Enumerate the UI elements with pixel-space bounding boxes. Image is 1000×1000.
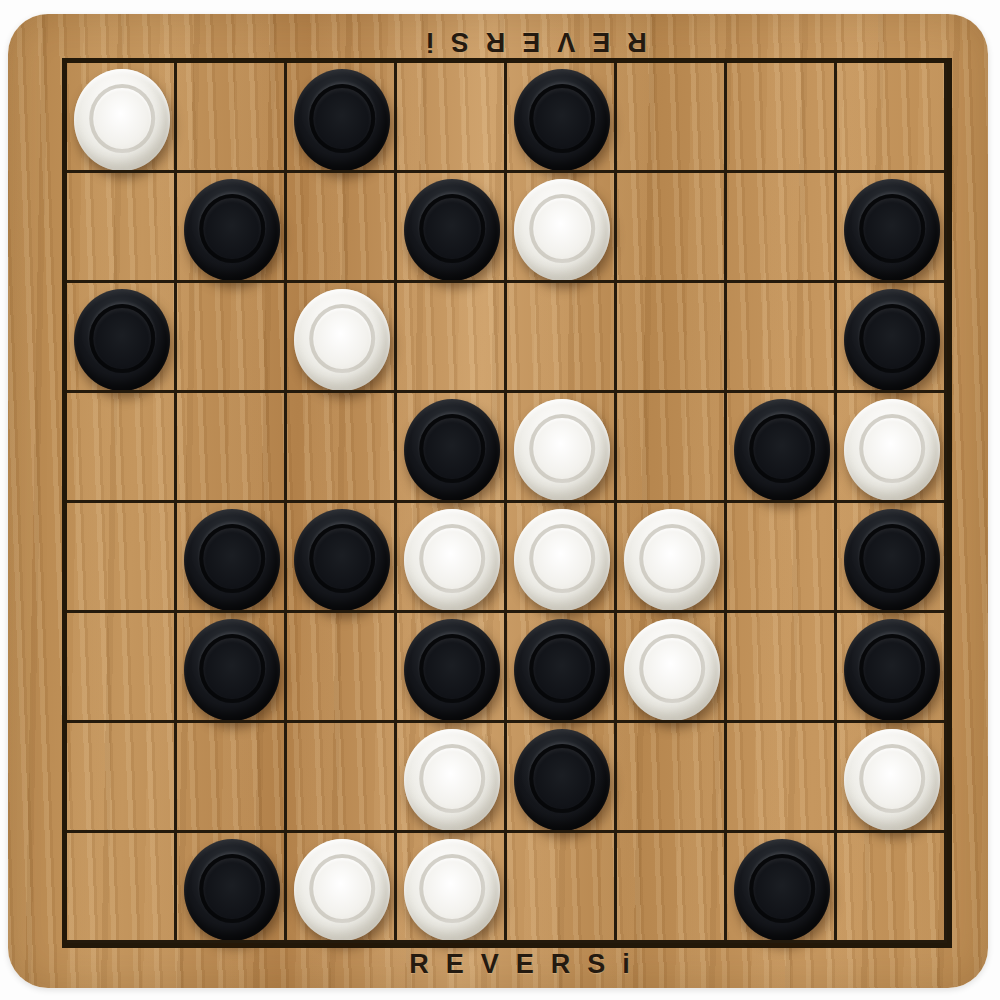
board-cell-g1[interactable] xyxy=(727,833,837,943)
board-title-bottom: REVERSi xyxy=(178,949,878,980)
board-cell-f6[interactable] xyxy=(617,283,727,393)
board-cell-a7[interactable] xyxy=(67,173,177,283)
board-cell-h8[interactable] xyxy=(837,63,947,173)
board-cell-b1[interactable] xyxy=(177,833,287,943)
disc-white[interactable] xyxy=(624,619,720,721)
board-cell-a8[interactable] xyxy=(67,63,177,173)
board-cell-e3[interactable] xyxy=(507,613,617,723)
disc-black[interactable] xyxy=(294,69,390,171)
disc-black[interactable] xyxy=(844,289,940,391)
board-cell-d2[interactable] xyxy=(397,723,507,833)
board-cell-h3[interactable] xyxy=(837,613,947,723)
board-cell-e4[interactable] xyxy=(507,503,617,613)
disc-white[interactable] xyxy=(844,399,940,501)
board-cell-a6[interactable] xyxy=(67,283,177,393)
disc-black[interactable] xyxy=(74,289,170,391)
board-cell-d1[interactable] xyxy=(397,833,507,943)
board-cell-f7[interactable] xyxy=(617,173,727,283)
disc-black[interactable] xyxy=(184,509,280,611)
board-cell-f2[interactable] xyxy=(617,723,727,833)
board-cell-c4[interactable] xyxy=(287,503,397,613)
disc-black[interactable] xyxy=(514,729,610,831)
board-cell-f3[interactable] xyxy=(617,613,727,723)
board-cell-h6[interactable] xyxy=(837,283,947,393)
board-cell-b5[interactable] xyxy=(177,393,287,503)
disc-black[interactable] xyxy=(184,179,280,281)
disc-white[interactable] xyxy=(404,839,500,941)
wooden-board: REVERSi REVERSi xyxy=(8,14,988,988)
board-cell-h7[interactable] xyxy=(837,173,947,283)
board-cell-b2[interactable] xyxy=(177,723,287,833)
board-cell-d5[interactable] xyxy=(397,393,507,503)
board-cell-c5[interactable] xyxy=(287,393,397,503)
board-cell-b6[interactable] xyxy=(177,283,287,393)
board-cell-d8[interactable] xyxy=(397,63,507,173)
disc-black[interactable] xyxy=(844,179,940,281)
disc-white[interactable] xyxy=(844,729,940,831)
disc-black[interactable] xyxy=(294,509,390,611)
board-cell-a1[interactable] xyxy=(67,833,177,943)
board-cell-g2[interactable] xyxy=(727,723,837,833)
board-cell-d7[interactable] xyxy=(397,173,507,283)
board-cell-f4[interactable] xyxy=(617,503,727,613)
disc-white[interactable] xyxy=(294,839,390,941)
disc-white[interactable] xyxy=(74,69,170,171)
reversi-screenshot: REVERSi REVERSi xyxy=(0,0,1000,1000)
board-cell-f5[interactable] xyxy=(617,393,727,503)
board-cell-d3[interactable] xyxy=(397,613,507,723)
board-cell-e5[interactable] xyxy=(507,393,617,503)
board-cell-a3[interactable] xyxy=(67,613,177,723)
disc-black[interactable] xyxy=(514,619,610,721)
disc-white[interactable] xyxy=(404,729,500,831)
disc-black[interactable] xyxy=(734,839,830,941)
board-cell-g6[interactable] xyxy=(727,283,837,393)
board-cell-f8[interactable] xyxy=(617,63,727,173)
board-cell-h4[interactable] xyxy=(837,503,947,613)
board-cell-c7[interactable] xyxy=(287,173,397,283)
board-cell-e7[interactable] xyxy=(507,173,617,283)
board-cell-e8[interactable] xyxy=(507,63,617,173)
disc-black[interactable] xyxy=(734,399,830,501)
board-cell-a5[interactable] xyxy=(67,393,177,503)
board-cell-b4[interactable] xyxy=(177,503,287,613)
disc-black[interactable] xyxy=(404,179,500,281)
board-cell-h1[interactable] xyxy=(837,833,947,943)
board-cell-h2[interactable] xyxy=(837,723,947,833)
board-cell-h5[interactable] xyxy=(837,393,947,503)
disc-black[interactable] xyxy=(184,619,280,721)
board-cell-g5[interactable] xyxy=(727,393,837,503)
board-cells xyxy=(67,63,947,943)
board-cell-e1[interactable] xyxy=(507,833,617,943)
board-cell-g3[interactable] xyxy=(727,613,837,723)
board-cell-e2[interactable] xyxy=(507,723,617,833)
board-cell-g7[interactable] xyxy=(727,173,837,283)
board-cell-f1[interactable] xyxy=(617,833,727,943)
board-cell-c2[interactable] xyxy=(287,723,397,833)
board-cell-b3[interactable] xyxy=(177,613,287,723)
board-cell-d6[interactable] xyxy=(397,283,507,393)
disc-white[interactable] xyxy=(294,289,390,391)
board-cell-e6[interactable] xyxy=(507,283,617,393)
disc-black[interactable] xyxy=(404,619,500,721)
board-cell-c1[interactable] xyxy=(287,833,397,943)
board-cell-d4[interactable] xyxy=(397,503,507,613)
disc-black[interactable] xyxy=(844,619,940,721)
board-cell-c6[interactable] xyxy=(287,283,397,393)
board-cell-b7[interactable] xyxy=(177,173,287,283)
disc-black[interactable] xyxy=(184,839,280,941)
board-cell-a4[interactable] xyxy=(67,503,177,613)
disc-white[interactable] xyxy=(404,509,500,611)
board-cell-g8[interactable] xyxy=(727,63,837,173)
board-cell-g4[interactable] xyxy=(727,503,837,613)
reversi-grid xyxy=(62,58,952,948)
board-title-top: REVERSi xyxy=(178,26,878,57)
disc-black[interactable] xyxy=(404,399,500,501)
disc-black[interactable] xyxy=(514,69,610,171)
board-cell-c3[interactable] xyxy=(287,613,397,723)
disc-white[interactable] xyxy=(514,399,610,501)
board-cell-c8[interactable] xyxy=(287,63,397,173)
disc-white[interactable] xyxy=(624,509,720,611)
disc-black[interactable] xyxy=(844,509,940,611)
disc-white[interactable] xyxy=(514,509,610,611)
board-cell-a2[interactable] xyxy=(67,723,177,833)
board-cell-b8[interactable] xyxy=(177,63,287,173)
disc-white[interactable] xyxy=(514,179,610,281)
